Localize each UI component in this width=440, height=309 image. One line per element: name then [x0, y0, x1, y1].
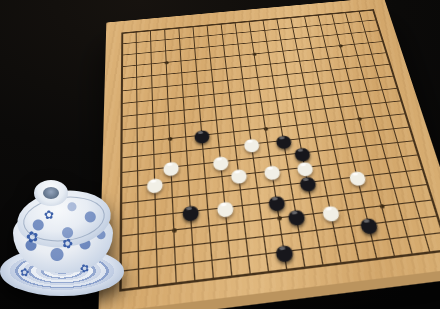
stone-highlight	[185, 206, 191, 210]
intersection-G5[interactable]: ●	[216, 199, 235, 217]
white-stone[interactable]: ●	[162, 158, 180, 176]
star-point	[379, 204, 385, 209]
stone-highlight	[234, 170, 240, 174]
star-point	[338, 44, 343, 47]
intersection-G8[interactable]: ●	[212, 154, 230, 170]
intersection-D8[interactable]: ●	[162, 159, 179, 176]
intersection-C2[interactable]	[148, 257, 167, 277]
white-stone[interactable]: ●	[320, 202, 342, 221]
stone-highlight	[302, 177, 308, 181]
intersection-C7[interactable]: ●	[146, 175, 163, 192]
white-stone[interactable]: ●	[346, 168, 367, 186]
stone-highlight	[291, 210, 297, 214]
star-point	[263, 126, 268, 130]
teacup-lid-knob	[34, 180, 68, 206]
stone-highlight	[325, 206, 331, 210]
floral-pattern-icon: ✿	[44, 208, 55, 223]
stone-highlight	[278, 136, 284, 139]
black-stone[interactable]: ●	[286, 206, 307, 226]
intersection-D2[interactable]	[166, 255, 185, 275]
stone-highlight	[150, 179, 156, 183]
intersection-B2[interactable]	[129, 259, 148, 279]
black-stone[interactable]: ●	[266, 192, 287, 211]
stone-highlight	[220, 202, 226, 206]
intersection-L4[interactable]: ●	[286, 207, 306, 225]
stone-highlight	[197, 131, 203, 134]
white-stone[interactable]: ●	[242, 136, 261, 153]
intersection-B1[interactable]	[129, 277, 148, 298]
photo-scene: ●●●●●●●●●●●●●●●●●●● ✿ ✿ ✿ ✿ ✿	[0, 0, 440, 309]
black-stone[interactable]: ●	[273, 241, 295, 262]
intersection-G1[interactable]	[222, 266, 242, 287]
intersection-P3[interactable]: ●	[358, 215, 379, 234]
intersection-K7[interactable]: ●	[262, 163, 281, 180]
stone-highlight	[297, 148, 303, 151]
white-stone[interactable]: ●	[145, 175, 164, 193]
stone-highlight	[278, 246, 284, 250]
stone-highlight	[267, 166, 273, 170]
gaiwan-teacup[interactable]: ✿ ✿ ✿ ✿ ✿	[0, 190, 132, 308]
stone-highlight	[271, 196, 277, 200]
star-point	[276, 215, 281, 220]
board-plate: ●●●●●●●●●●●●●●●●●●●	[98, 0, 440, 309]
intersection-P6[interactable]: ●	[347, 168, 367, 185]
stone-highlight	[363, 219, 370, 223]
go-board: ●●●●●●●●●●●●●●●●●●●	[98, 0, 440, 309]
stone-highlight	[246, 139, 252, 142]
intersection-H1[interactable]	[240, 264, 260, 284]
intersection-K2[interactable]: ●	[274, 242, 295, 262]
intersection-K5[interactable]: ●	[267, 193, 286, 211]
intersection-F10[interactable]: ●	[193, 128, 210, 143]
black-stone[interactable]: ●	[274, 132, 294, 149]
intersection-D1[interactable]	[167, 273, 187, 294]
stone-highlight	[352, 172, 358, 176]
stone-highlight	[166, 162, 172, 166]
black-stone[interactable]: ●	[297, 173, 318, 191]
intersection-N4[interactable]: ●	[320, 203, 340, 221]
stone-highlight	[216, 157, 222, 160]
intersection-E1[interactable]	[185, 270, 205, 291]
star-point	[171, 227, 176, 232]
black-stone[interactable]: ●	[181, 202, 201, 221]
intersection-M6[interactable]: ●	[298, 174, 317, 191]
star-point	[252, 52, 256, 55]
star-point	[164, 61, 168, 64]
intersection-G2[interactable]	[220, 248, 240, 268]
intersection-L9[interactable]: ●	[274, 133, 292, 149]
white-stone[interactable]: ●	[262, 162, 282, 180]
star-point	[167, 137, 171, 141]
intersection-E2[interactable]	[184, 253, 203, 273]
intersection-H7[interactable]: ●	[230, 166, 248, 183]
white-stone[interactable]: ●	[211, 153, 230, 170]
white-stone[interactable]: ●	[229, 166, 249, 184]
intersection-C1[interactable]	[148, 275, 167, 296]
intersection-F2[interactable]	[202, 250, 222, 270]
intersection-H2[interactable]	[238, 246, 258, 266]
star-point	[356, 117, 361, 121]
white-stone[interactable]: ●	[215, 198, 235, 217]
intersection-E5[interactable]: ●	[181, 203, 199, 221]
board-grid[interactable]: ●●●●●●●●●●●●●●●●●●●	[110, 4, 440, 301]
intersection-J9[interactable]: ●	[242, 136, 260, 152]
stone-highlight	[299, 162, 305, 166]
black-stone[interactable]: ●	[193, 127, 211, 143]
intersection-F1[interactable]	[203, 268, 223, 289]
